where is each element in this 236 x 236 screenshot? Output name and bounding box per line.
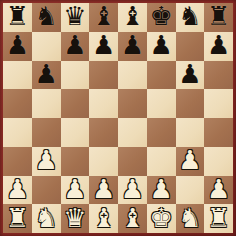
square-e1[interactable]: ♝ <box>118 204 147 233</box>
square-d6[interactable] <box>89 61 118 90</box>
square-d5[interactable] <box>89 89 118 118</box>
piece-black-rook[interactable]: ♜ <box>6 3 29 29</box>
piece-black-knight[interactable]: ♞ <box>34 3 57 29</box>
square-c6[interactable] <box>61 61 90 90</box>
piece-black-bishop[interactable]: ♝ <box>92 3 115 29</box>
square-f6[interactable] <box>147 61 176 90</box>
square-h1[interactable]: ♜ <box>204 204 233 233</box>
piece-white-pawn[interactable]: ♟ <box>92 176 115 202</box>
piece-white-knight[interactable]: ♞ <box>178 205 201 231</box>
square-d3[interactable] <box>89 147 118 176</box>
piece-black-pawn[interactable]: ♟ <box>121 32 144 58</box>
square-f3[interactable] <box>147 147 176 176</box>
piece-white-pawn[interactable]: ♟ <box>63 176 86 202</box>
piece-white-knight[interactable]: ♞ <box>34 205 57 231</box>
piece-white-king[interactable]: ♚ <box>149 205 172 231</box>
square-b8[interactable]: ♞ <box>32 3 61 32</box>
square-h2[interactable]: ♟ <box>204 176 233 205</box>
piece-white-pawn[interactable]: ♟ <box>6 176 29 202</box>
piece-black-queen[interactable]: ♛ <box>63 3 86 29</box>
piece-white-bishop[interactable]: ♝ <box>121 205 144 231</box>
square-b2[interactable] <box>32 176 61 205</box>
square-c5[interactable] <box>61 89 90 118</box>
square-g2[interactable] <box>176 176 205 205</box>
piece-black-pawn[interactable]: ♟ <box>178 61 201 87</box>
square-c3[interactable] <box>61 147 90 176</box>
chess-board: ♜♞♛♝♝♚♞♜♟♟♟♟♟♟♟♟♟♟♟♟♟♟♟♟♜♞♛♝♝♚♞♜ <box>3 3 233 233</box>
square-g3[interactable]: ♟ <box>176 147 205 176</box>
square-c8[interactable]: ♛ <box>61 3 90 32</box>
piece-white-pawn[interactable]: ♟ <box>121 176 144 202</box>
square-e6[interactable] <box>118 61 147 90</box>
square-g6[interactable]: ♟ <box>176 61 205 90</box>
square-c1[interactable]: ♛ <box>61 204 90 233</box>
square-c4[interactable] <box>61 118 90 147</box>
square-b1[interactable]: ♞ <box>32 204 61 233</box>
square-f5[interactable] <box>147 89 176 118</box>
square-g8[interactable]: ♞ <box>176 3 205 32</box>
piece-white-pawn[interactable]: ♟ <box>34 147 57 173</box>
square-g7[interactable] <box>176 32 205 61</box>
square-h3[interactable] <box>204 147 233 176</box>
piece-white-pawn[interactable]: ♟ <box>178 147 201 173</box>
square-b7[interactable] <box>32 32 61 61</box>
piece-black-pawn[interactable]: ♟ <box>34 61 57 87</box>
square-e3[interactable] <box>118 147 147 176</box>
square-a2[interactable]: ♟ <box>3 176 32 205</box>
square-g4[interactable] <box>176 118 205 147</box>
square-a8[interactable]: ♜ <box>3 3 32 32</box>
square-h4[interactable] <box>204 118 233 147</box>
square-b5[interactable] <box>32 89 61 118</box>
piece-black-knight[interactable]: ♞ <box>178 3 201 29</box>
square-h6[interactable] <box>204 61 233 90</box>
square-g5[interactable] <box>176 89 205 118</box>
square-a3[interactable] <box>3 147 32 176</box>
piece-black-king[interactable]: ♚ <box>149 3 172 29</box>
square-d4[interactable] <box>89 118 118 147</box>
square-a7[interactable]: ♟ <box>3 32 32 61</box>
square-a5[interactable] <box>3 89 32 118</box>
piece-black-pawn[interactable]: ♟ <box>92 32 115 58</box>
square-d8[interactable]: ♝ <box>89 3 118 32</box>
square-e7[interactable]: ♟ <box>118 32 147 61</box>
piece-white-queen[interactable]: ♛ <box>63 205 86 231</box>
square-f2[interactable]: ♟ <box>147 176 176 205</box>
square-f8[interactable]: ♚ <box>147 3 176 32</box>
piece-white-pawn[interactable]: ♟ <box>149 176 172 202</box>
square-f4[interactable] <box>147 118 176 147</box>
square-h5[interactable] <box>204 89 233 118</box>
square-e4[interactable] <box>118 118 147 147</box>
square-e5[interactable] <box>118 89 147 118</box>
square-b3[interactable]: ♟ <box>32 147 61 176</box>
piece-black-pawn[interactable]: ♟ <box>63 32 86 58</box>
square-a6[interactable] <box>3 61 32 90</box>
piece-white-rook[interactable]: ♜ <box>207 205 230 231</box>
square-e8[interactable]: ♝ <box>118 3 147 32</box>
square-c7[interactable]: ♟ <box>61 32 90 61</box>
square-d7[interactable]: ♟ <box>89 32 118 61</box>
piece-black-pawn[interactable]: ♟ <box>6 32 29 58</box>
piece-white-pawn[interactable]: ♟ <box>207 176 230 202</box>
square-h7[interactable]: ♟ <box>204 32 233 61</box>
piece-black-pawn[interactable]: ♟ <box>149 32 172 58</box>
square-f1[interactable]: ♚ <box>147 204 176 233</box>
piece-black-bishop[interactable]: ♝ <box>121 3 144 29</box>
square-c2[interactable]: ♟ <box>61 176 90 205</box>
square-e2[interactable]: ♟ <box>118 176 147 205</box>
square-a1[interactable]: ♜ <box>3 204 32 233</box>
chess-board-frame: ♜♞♛♝♝♚♞♜♟♟♟♟♟♟♟♟♟♟♟♟♟♟♟♟♜♞♛♝♝♚♞♜ <box>0 0 236 236</box>
piece-black-rook[interactable]: ♜ <box>207 3 230 29</box>
square-f7[interactable]: ♟ <box>147 32 176 61</box>
square-h8[interactable]: ♜ <box>204 3 233 32</box>
square-g1[interactable]: ♞ <box>176 204 205 233</box>
piece-black-pawn[interactable]: ♟ <box>207 32 230 58</box>
square-a4[interactable] <box>3 118 32 147</box>
square-b4[interactable] <box>32 118 61 147</box>
piece-white-rook[interactable]: ♜ <box>6 205 29 231</box>
square-d2[interactable]: ♟ <box>89 176 118 205</box>
square-b6[interactable]: ♟ <box>32 61 61 90</box>
piece-white-bishop[interactable]: ♝ <box>92 205 115 231</box>
square-d1[interactable]: ♝ <box>89 204 118 233</box>
